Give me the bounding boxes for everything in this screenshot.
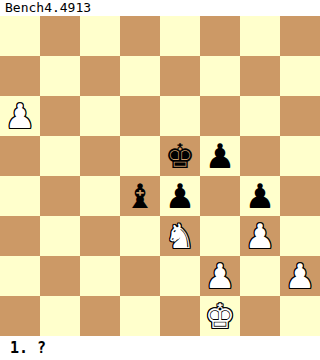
- square-a5[interactable]: [0, 136, 40, 176]
- square-g3[interactable]: ♟: [240, 216, 280, 256]
- white-pawn[interactable]: ♟: [285, 256, 315, 296]
- square-g7[interactable]: [240, 56, 280, 96]
- square-a3[interactable]: [0, 216, 40, 256]
- white-pawn[interactable]: ♟: [5, 96, 35, 136]
- square-b2[interactable]: [40, 256, 80, 296]
- square-f7[interactable]: [200, 56, 240, 96]
- square-g2[interactable]: [240, 256, 280, 296]
- square-h8[interactable]: [280, 16, 320, 56]
- square-b4[interactable]: [40, 176, 80, 216]
- square-d1[interactable]: [120, 296, 160, 336]
- square-c7[interactable]: [80, 56, 120, 96]
- square-f3[interactable]: [200, 216, 240, 256]
- black-king[interactable]: ♚: [165, 136, 195, 176]
- square-b8[interactable]: [40, 16, 80, 56]
- square-f1[interactable]: ♚: [200, 296, 240, 336]
- square-h2[interactable]: ♟: [280, 256, 320, 296]
- square-c5[interactable]: [80, 136, 120, 176]
- chess-board: ♟♚♟♝♟♟♞♟♟♟♚: [0, 16, 320, 336]
- square-h5[interactable]: [280, 136, 320, 176]
- square-d4[interactable]: ♝: [120, 176, 160, 216]
- square-a7[interactable]: [0, 56, 40, 96]
- square-e1[interactable]: [160, 296, 200, 336]
- square-d6[interactable]: [120, 96, 160, 136]
- square-h1[interactable]: [280, 296, 320, 336]
- square-a2[interactable]: [0, 256, 40, 296]
- square-g6[interactable]: [240, 96, 280, 136]
- square-e8[interactable]: [160, 16, 200, 56]
- square-a4[interactable]: [0, 176, 40, 216]
- square-e2[interactable]: [160, 256, 200, 296]
- square-c1[interactable]: [80, 296, 120, 336]
- square-f5[interactable]: ♟: [200, 136, 240, 176]
- square-c4[interactable]: [80, 176, 120, 216]
- square-a1[interactable]: [0, 296, 40, 336]
- square-b6[interactable]: [40, 96, 80, 136]
- white-pawn[interactable]: ♟: [205, 256, 235, 296]
- square-e7[interactable]: [160, 56, 200, 96]
- white-pawn[interactable]: ♟: [245, 216, 275, 256]
- black-pawn[interactable]: ♟: [245, 176, 275, 216]
- square-h4[interactable]: [280, 176, 320, 216]
- square-g8[interactable]: [240, 16, 280, 56]
- white-knight[interactable]: ♞: [165, 216, 195, 256]
- square-e6[interactable]: [160, 96, 200, 136]
- black-pawn[interactable]: ♟: [165, 176, 195, 216]
- square-e5[interactable]: ♚: [160, 136, 200, 176]
- square-d7[interactable]: [120, 56, 160, 96]
- square-b7[interactable]: [40, 56, 80, 96]
- square-d3[interactable]: [120, 216, 160, 256]
- square-b1[interactable]: [40, 296, 80, 336]
- square-d8[interactable]: [120, 16, 160, 56]
- white-king[interactable]: ♚: [205, 296, 235, 336]
- diagram-title: Bench4.4913: [0, 0, 320, 16]
- square-f8[interactable]: [200, 16, 240, 56]
- square-f2[interactable]: ♟: [200, 256, 240, 296]
- black-bishop[interactable]: ♝: [125, 176, 155, 216]
- square-e4[interactable]: ♟: [160, 176, 200, 216]
- square-c6[interactable]: [80, 96, 120, 136]
- square-c8[interactable]: [80, 16, 120, 56]
- square-g4[interactable]: ♟: [240, 176, 280, 216]
- square-g1[interactable]: [240, 296, 280, 336]
- square-a6[interactable]: ♟: [0, 96, 40, 136]
- square-h3[interactable]: [280, 216, 320, 256]
- square-h6[interactable]: [280, 96, 320, 136]
- chess-diagram-window: Bench4.4913 ♟♚♟♝♟♟♞♟♟♟♚ 1. ?: [0, 0, 320, 360]
- square-a8[interactable]: [0, 16, 40, 56]
- square-f4[interactable]: [200, 176, 240, 216]
- square-b3[interactable]: [40, 216, 80, 256]
- square-g5[interactable]: [240, 136, 280, 176]
- square-d2[interactable]: [120, 256, 160, 296]
- square-c2[interactable]: [80, 256, 120, 296]
- square-f6[interactable]: [200, 96, 240, 136]
- move-prompt: 1. ?: [0, 336, 320, 360]
- square-b5[interactable]: [40, 136, 80, 176]
- square-c3[interactable]: [80, 216, 120, 256]
- square-d5[interactable]: [120, 136, 160, 176]
- black-pawn[interactable]: ♟: [205, 136, 235, 176]
- square-e3[interactable]: ♞: [160, 216, 200, 256]
- square-h7[interactable]: [280, 56, 320, 96]
